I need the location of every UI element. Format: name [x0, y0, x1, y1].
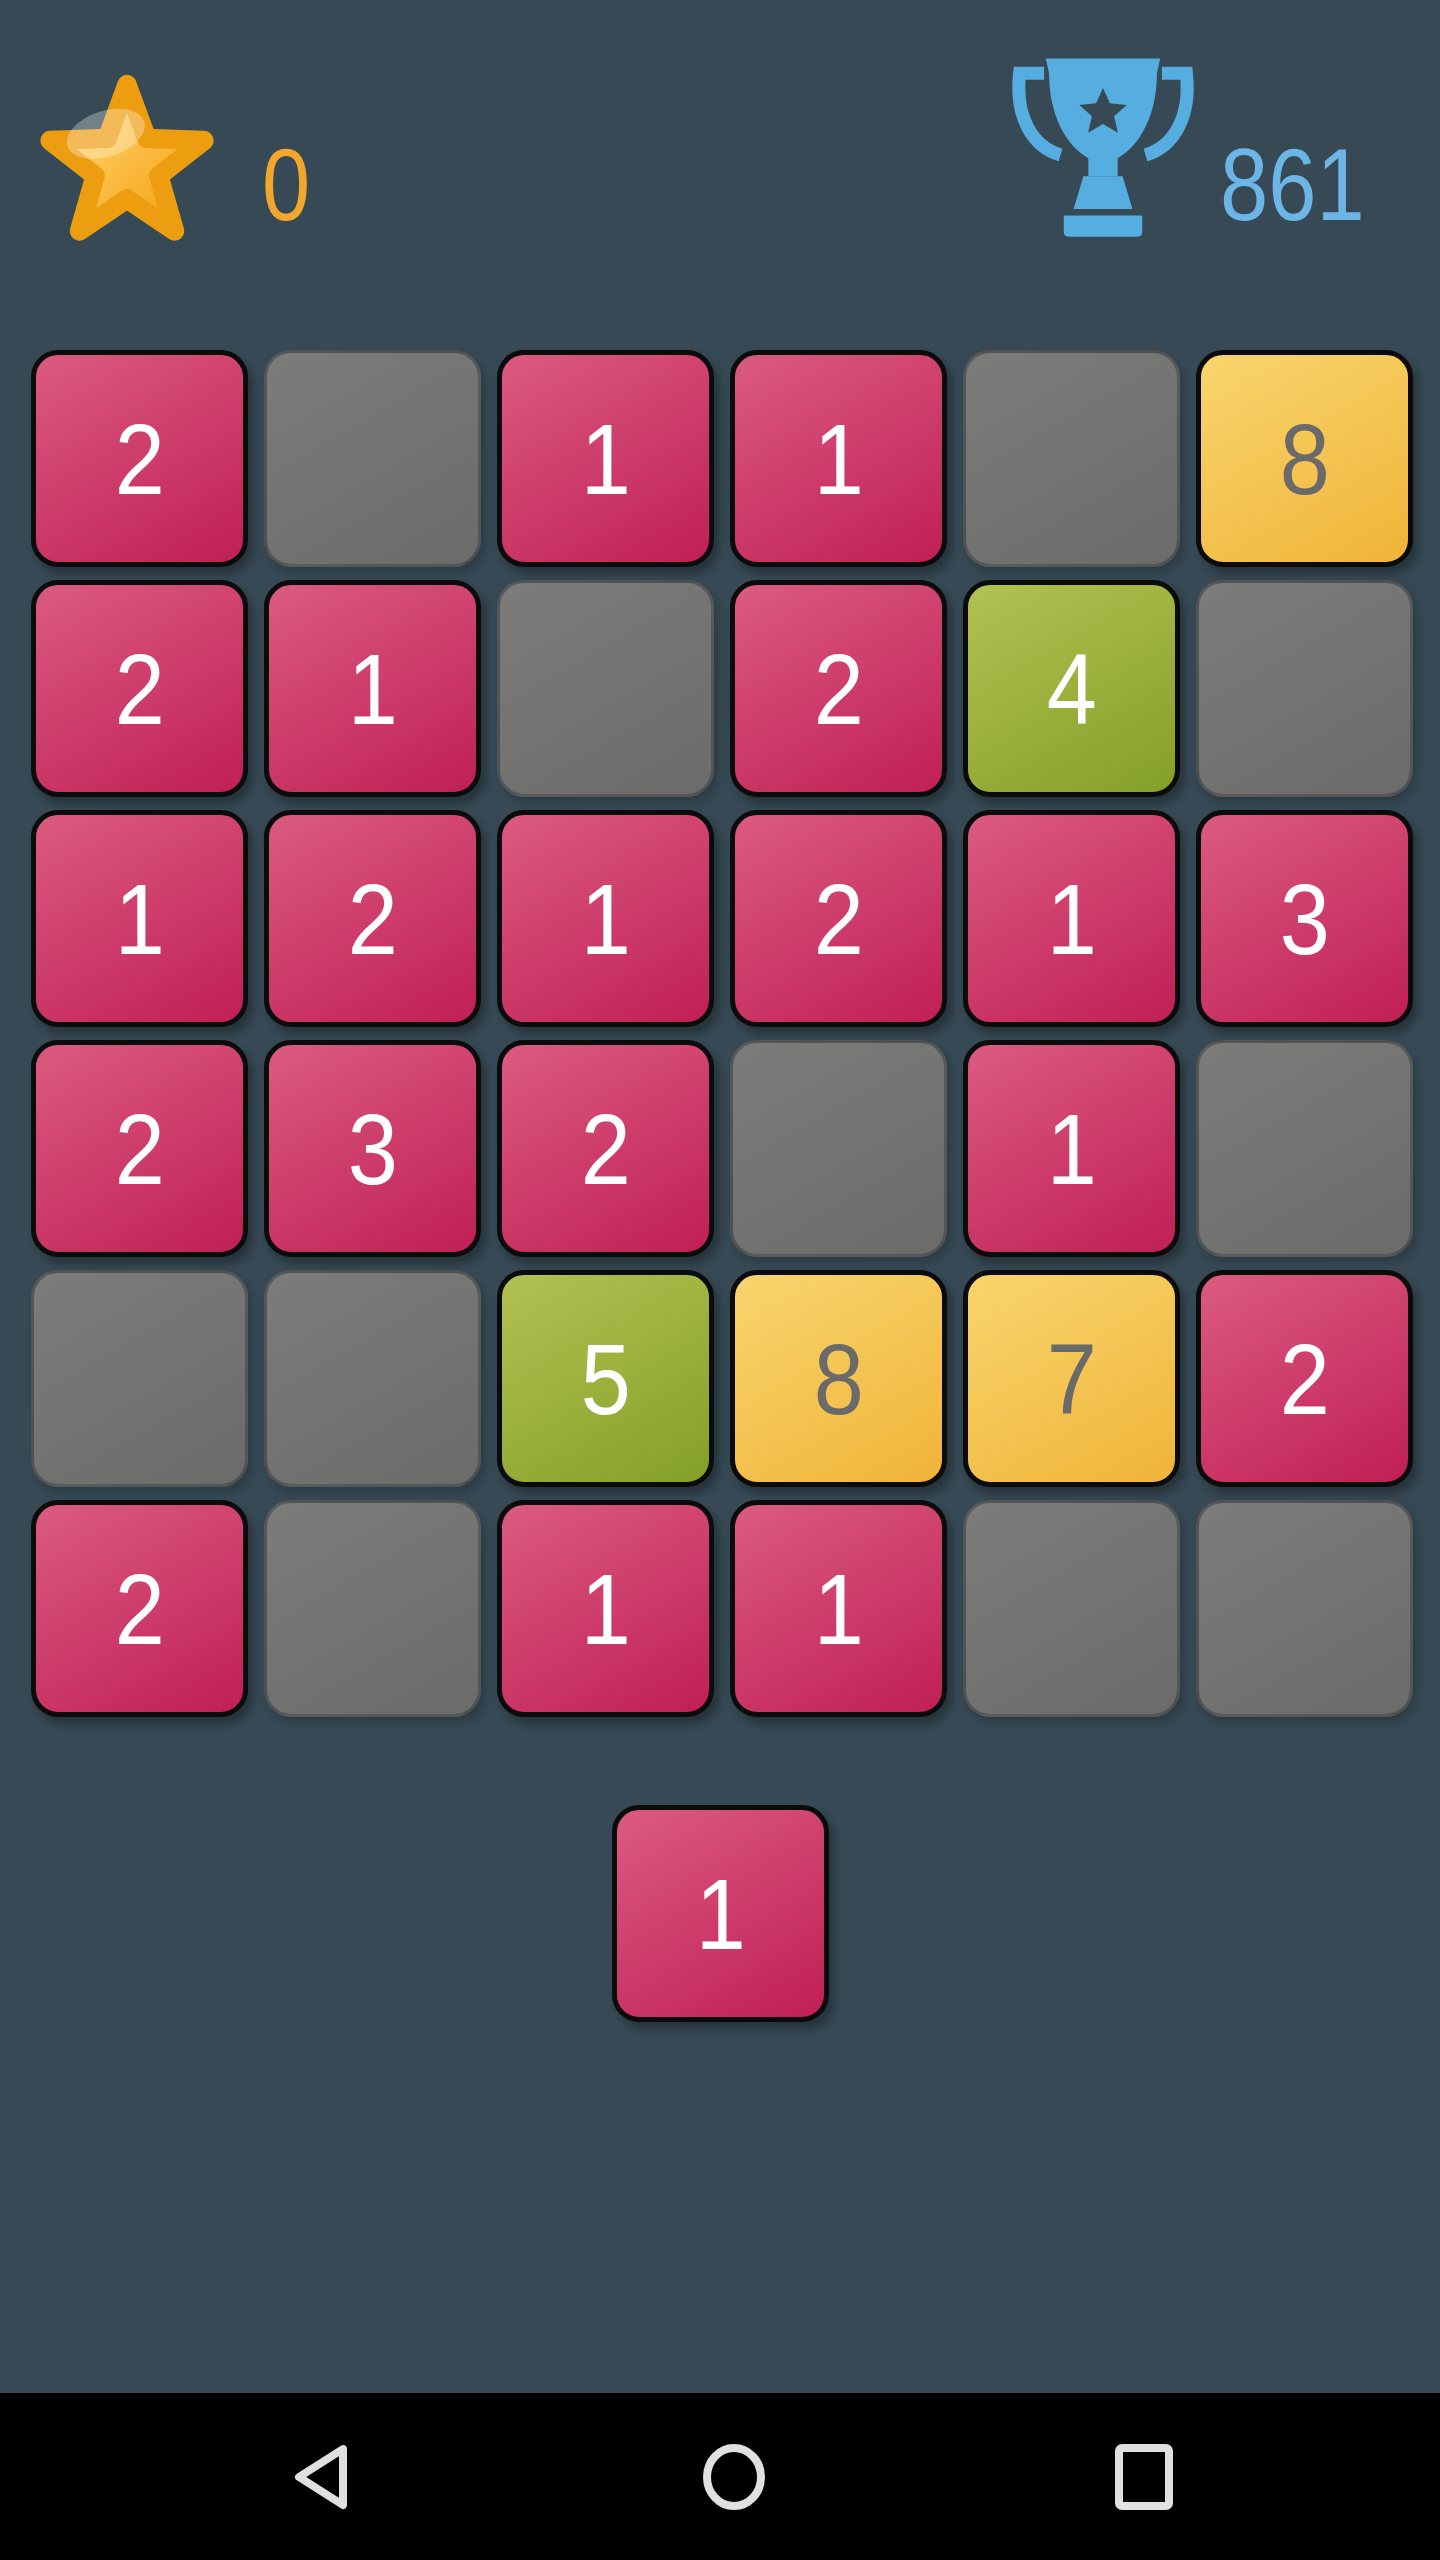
tile-number: 2	[114, 1099, 164, 1199]
cell-r6c2-empty[interactable]	[264, 1500, 481, 1717]
cell-r1c2-empty[interactable]	[264, 350, 481, 567]
tile-number: 4	[1046, 639, 1096, 739]
cell-r5c4-tile-8[interactable]: 8	[730, 1270, 947, 1487]
tile-number: 2	[114, 639, 164, 739]
cell-r2c5-tile-4[interactable]: 4	[963, 580, 1180, 797]
tile-number: 3	[1279, 869, 1329, 969]
tile-number: 3	[347, 1099, 397, 1199]
cell-r1c4-tile-1[interactable]: 1	[730, 350, 947, 567]
tile-number: 1	[1046, 1099, 1096, 1199]
tile-number: 1	[580, 869, 630, 969]
tile-number: 1	[813, 409, 863, 509]
cell-r1c1-tile-2[interactable]: 2	[31, 350, 248, 567]
current-piece-slot: 1	[612, 1805, 829, 2022]
cell-r2c3-empty[interactable]	[497, 580, 714, 797]
cell-r3c4-tile-2[interactable]: 2	[730, 810, 947, 1027]
cell-r2c4-tile-2[interactable]: 2	[730, 580, 947, 797]
tile-number: 7	[1046, 1329, 1096, 1429]
cell-r4c5-tile-1[interactable]: 1	[963, 1040, 1180, 1257]
cell-r4c6-empty[interactable]	[1196, 1040, 1413, 1257]
back-button[interactable]	[274, 2433, 364, 2521]
cell-r4c1-tile-2[interactable]: 2	[31, 1040, 248, 1257]
tile-number: 1	[347, 639, 397, 739]
cell-r3c3-tile-1[interactable]: 1	[497, 810, 714, 1027]
cell-r5c3-tile-5[interactable]: 5	[497, 1270, 714, 1487]
cell-r6c6-empty[interactable]	[1196, 1500, 1413, 1717]
trophy-icon	[1004, 52, 1202, 258]
cell-r2c6-empty[interactable]	[1196, 580, 1413, 797]
tile-number: 1	[813, 1559, 863, 1659]
current-piece-number: 1	[695, 1864, 745, 1964]
tile-number: 8	[1279, 409, 1329, 509]
tile-number: 1	[1046, 869, 1096, 969]
cell-r1c6-tile-8[interactable]: 8	[1196, 350, 1413, 567]
tile-number: 8	[813, 1329, 863, 1429]
cell-r4c2-tile-3[interactable]: 3	[264, 1040, 481, 1257]
cell-r6c3-tile-1[interactable]: 1	[497, 1500, 714, 1717]
home-icon	[699, 2442, 769, 2512]
puzzle-board: 2118212412121323215872211	[31, 350, 1413, 1717]
tile-number: 2	[1279, 1329, 1329, 1429]
tile-number: 5	[580, 1329, 630, 1429]
tile-number: 1	[580, 1559, 630, 1659]
star-score: 0	[262, 134, 310, 236]
cell-r5c5-tile-7[interactable]: 7	[963, 1270, 1180, 1487]
cell-r3c5-tile-1[interactable]: 1	[963, 810, 1180, 1027]
home-button[interactable]	[689, 2433, 779, 2521]
cell-r3c6-tile-3[interactable]: 3	[1196, 810, 1413, 1027]
cell-r5c1-empty[interactable]	[31, 1270, 248, 1487]
game-screen: 0 861 2118212412121323215872211 1	[0, 0, 1440, 2560]
tile-number: 2	[347, 869, 397, 969]
cell-r2c2-tile-1[interactable]: 1	[264, 580, 481, 797]
tile-number: 2	[114, 409, 164, 509]
cell-r2c1-tile-2[interactable]: 2	[31, 580, 248, 797]
cell-r1c3-tile-1[interactable]: 1	[497, 350, 714, 567]
tile-number: 1	[580, 409, 630, 509]
cell-r4c3-tile-2[interactable]: 2	[497, 1040, 714, 1257]
back-icon	[287, 2442, 351, 2512]
tile-number: 2	[813, 869, 863, 969]
trophy-score: 861	[1220, 134, 1365, 236]
current-piece-tile[interactable]: 1	[612, 1805, 829, 2022]
cell-r6c5-empty[interactable]	[963, 1500, 1180, 1717]
tile-number: 1	[114, 869, 164, 969]
cell-r1c5-empty[interactable]	[963, 350, 1180, 567]
cell-r3c2-tile-2[interactable]: 2	[264, 810, 481, 1027]
cell-r4c4-empty[interactable]	[730, 1040, 947, 1257]
recents-icon	[1113, 2443, 1175, 2511]
star-icon	[38, 74, 216, 250]
tile-number: 2	[580, 1099, 630, 1199]
android-navbar	[0, 2393, 1440, 2560]
cell-r5c6-tile-2[interactable]: 2	[1196, 1270, 1413, 1487]
cell-r6c4-tile-1[interactable]: 1	[730, 1500, 947, 1717]
tile-number: 2	[114, 1559, 164, 1659]
recents-button[interactable]	[1099, 2433, 1189, 2521]
tile-number: 2	[813, 639, 863, 739]
cell-r5c2-empty[interactable]	[264, 1270, 481, 1487]
cell-r3c1-tile-1[interactable]: 1	[31, 810, 248, 1027]
cell-r6c1-tile-2[interactable]: 2	[31, 1500, 248, 1717]
